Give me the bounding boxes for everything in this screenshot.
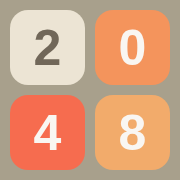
tile-8: 8: [95, 95, 170, 170]
tile-2: 2: [10, 10, 85, 85]
tile-0-value: 0: [119, 23, 147, 73]
tile-4-value: 4: [34, 108, 62, 158]
tile-0: 0: [95, 10, 170, 85]
tile-4: 4: [10, 95, 85, 170]
2048-board[interactable]: 2 0 4 8: [0, 0, 180, 180]
tile-2-value: 2: [34, 23, 62, 73]
tile-8-value: 8: [119, 108, 147, 158]
